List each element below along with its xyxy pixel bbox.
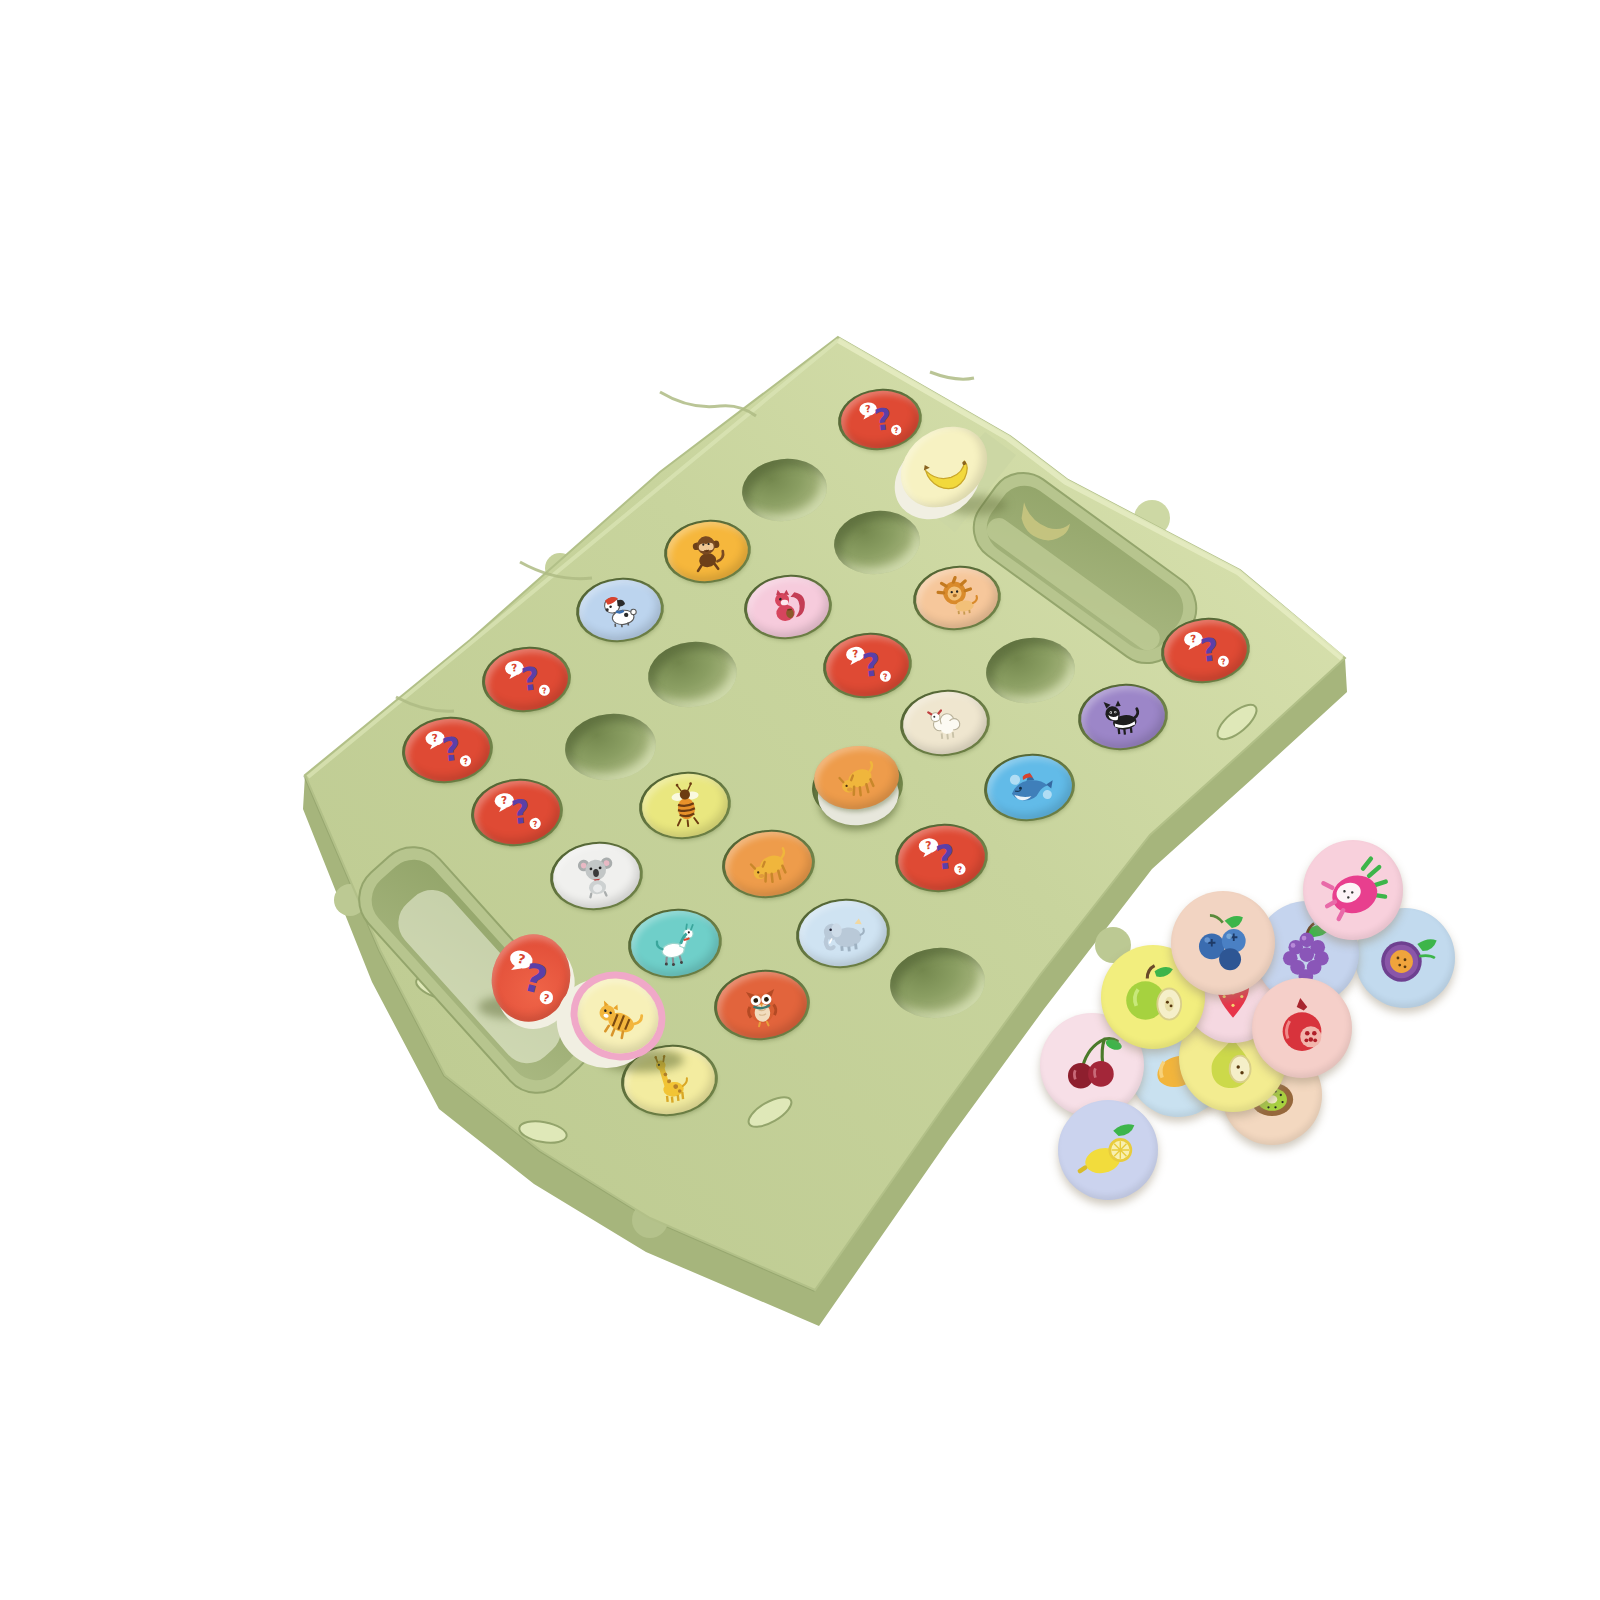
- token-husky[interactable]: [1078, 682, 1169, 753]
- cow-icon: [815, 745, 897, 809]
- token-question[interactable]: ???: [895, 822, 989, 895]
- svg-text:?: ?: [1190, 632, 1197, 645]
- token-owl[interactable]: [714, 968, 811, 1043]
- token-question[interactable]: ???: [823, 631, 913, 701]
- lemon-icon: [1064, 1106, 1152, 1194]
- dog-icon: [580, 579, 660, 641]
- token-dolphin[interactable]: [984, 752, 1076, 824]
- question-icon: ???: [475, 780, 558, 844]
- token-dog[interactable]: [576, 576, 665, 644]
- question-icon: ???: [842, 390, 918, 449]
- koala-icon: [554, 843, 638, 908]
- dolphin-icon: [988, 755, 1070, 819]
- svg-text:?: ?: [873, 401, 894, 438]
- svg-text:?: ?: [852, 647, 859, 660]
- token-horse[interactable]: [628, 907, 723, 981]
- fruit-token-dragonfruit[interactable]: [1303, 840, 1403, 940]
- token-elephant[interactable]: [796, 897, 891, 971]
- svg-text:?: ?: [509, 792, 532, 833]
- svg-text:?: ?: [934, 837, 957, 878]
- question-icon: ???: [406, 718, 488, 782]
- dragonfruit-icon: [1309, 846, 1397, 934]
- sheep-icon: [904, 691, 986, 754]
- fruit-token-pomegranate[interactable]: [1252, 978, 1352, 1078]
- svg-text:?: ?: [519, 659, 541, 699]
- svg-text:?: ?: [860, 645, 882, 685]
- token-lion[interactable]: [913, 564, 1002, 632]
- svg-text:?: ?: [894, 426, 899, 435]
- token-cow[interactable]: [722, 828, 816, 901]
- horse-icon: [632, 910, 717, 976]
- token-question[interactable]: ???: [482, 645, 572, 715]
- token-koala[interactable]: [550, 840, 644, 913]
- token-question[interactable]: ???: [1161, 616, 1251, 686]
- svg-text:?: ?: [440, 730, 463, 770]
- svg-text:?: ?: [925, 839, 933, 853]
- blueberry-icon: [1177, 897, 1269, 989]
- svg-text:?: ?: [1198, 630, 1220, 670]
- token-bee[interactable]: [639, 770, 732, 842]
- question-icon: ???: [827, 634, 908, 697]
- question-icon: ???: [1165, 619, 1246, 682]
- fruit-token-blueberry[interactable]: [1171, 891, 1275, 995]
- cow-icon: [726, 831, 810, 896]
- bee-icon: [643, 773, 726, 837]
- squirrel-icon: [748, 576, 828, 638]
- product-photo-scene: ????????????????????? ???: [0, 0, 1600, 1600]
- lion-icon: [917, 567, 997, 629]
- svg-text:?: ?: [957, 865, 963, 875]
- svg-text:?: ?: [431, 731, 438, 744]
- question-icon: ???: [899, 825, 983, 890]
- husky-icon: [1082, 685, 1164, 748]
- token-squirrel[interactable]: [744, 573, 833, 641]
- token-question[interactable]: ???: [471, 777, 564, 849]
- token-sheep[interactable]: [900, 688, 991, 759]
- token-cow[interactable]: [811, 742, 903, 814]
- game-board: [0, 0, 1600, 1600]
- monkey-icon: [668, 521, 747, 582]
- fruit-token-lemon[interactable]: [1058, 1100, 1158, 1200]
- elephant-icon: [800, 900, 885, 966]
- svg-text:?: ?: [511, 661, 518, 674]
- owl-icon: [719, 971, 806, 1038]
- question-icon: ???: [486, 648, 567, 711]
- tiger-icon: [573, 973, 662, 1058]
- pomegranate-icon: [1258, 984, 1346, 1072]
